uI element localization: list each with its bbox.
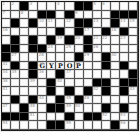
page: 1234567891011121314151617181920212223242… [0,0,140,132]
black-cell-r11c3 [29,96,38,105]
cell-r6c7[interactable] [65,53,74,62]
cell-r4c6[interactable]: 19 [56,36,65,45]
black-cell-r10c5 [47,87,56,96]
cell-r1c0[interactable]: 7 [2,11,11,20]
cell-r11c13[interactable] [120,96,129,105]
cell-r9c12[interactable] [111,79,120,88]
cell-r6c10[interactable] [93,53,102,62]
cell-r12c4[interactable] [38,104,47,113]
clue-number: 30 [111,53,116,57]
clue-number: 23 [120,36,125,40]
cell-r8c7[interactable]: 37 [65,70,74,79]
clue-number: 35 [12,70,17,74]
black-cell-r11c8 [75,96,84,105]
clue-number: 1 [3,2,6,6]
cell-r6c3[interactable] [29,53,38,62]
cell-r12c1[interactable] [11,104,20,113]
clue-number: 48 [30,104,35,108]
cell-r2c2[interactable] [20,19,29,28]
black-cell-r9c5 [47,79,56,88]
black-cell-r5c3 [29,45,38,54]
cell-r3c10[interactable] [93,28,102,37]
black-cell-r10c9 [84,87,93,96]
cell-r14c9[interactable] [84,121,93,130]
cell-r13c8[interactable] [75,113,84,122]
clue-number: 28 [39,53,44,57]
cell-r8c1[interactable]: 35 [11,70,20,79]
cell-r8c11[interactable] [102,70,111,79]
cell-r6c5[interactable] [47,53,56,62]
cell-r12c14[interactable] [129,104,138,113]
cell-r6c13[interactable] [120,53,129,62]
cell-r3c4[interactable] [38,28,47,37]
cell-r14c3[interactable] [29,121,38,130]
black-cell-r5c0 [2,45,11,54]
black-cell-r7c13 [120,62,129,71]
entered-letter: Y [49,63,54,70]
crossword-grid: 1234567891011121314151617181920212223242… [1,1,139,131]
cell-r9c6[interactable]: 40 [56,79,65,88]
black-cell-r5c9 [84,45,93,54]
cell-r8c4[interactable]: 36 [38,70,47,79]
clue-number: 37 [66,70,71,74]
black-cell-r4c1 [11,36,20,45]
cell-r3c5[interactable] [47,28,56,37]
cell-r13c13[interactable]: 53 [120,113,129,122]
cell-r7c10[interactable] [93,62,102,71]
cell-r9c8[interactable] [75,79,84,88]
entered-letter: O [67,63,73,70]
black-cell-r9c14 [129,79,138,88]
black-cell-r14c5 [47,121,56,130]
cell-r10c4[interactable] [38,87,47,96]
cell-r12c12[interactable] [111,104,120,113]
cell-r5c2[interactable] [20,45,29,54]
black-cell-r6c0 [2,53,11,62]
clue-number: 21 [93,36,98,40]
clue-number: 12 [66,19,71,23]
black-cell-r13c9 [84,113,93,122]
cell-r2c10[interactable]: 13 [93,19,102,28]
cell-r4c2[interactable] [20,36,29,45]
cell-r7c2[interactable] [20,62,29,71]
black-cell-r1c14 [129,11,138,20]
cell-r10c0[interactable]: 41 [2,87,11,96]
cell-r11c7[interactable]: 45 [65,96,74,105]
cell-r14c11[interactable] [102,121,111,130]
cell-r4c13[interactable]: 23 [120,36,129,45]
cell-r3c14[interactable] [129,28,138,37]
cell-r10c8[interactable] [75,87,84,96]
cell-r3c2[interactable] [20,28,29,37]
cell-r4c0[interactable] [2,36,11,45]
black-cell-r1c4 [38,11,47,20]
cell-r6c2[interactable] [20,53,29,62]
cell-r14c2[interactable] [20,121,29,130]
black-cell-r13c7 [65,113,74,122]
cell-r5c7[interactable]: 25 [65,45,74,54]
clue-number: 50 [75,104,80,108]
black-cell-r3c11 [102,28,111,37]
cell-r1c3[interactable] [29,11,38,20]
cell-r0c11[interactable]: 6 [102,2,111,11]
clue-number: 11 [48,19,53,23]
cell-r12c7[interactable]: 49 [65,104,74,113]
black-cell-r7c1 [11,62,20,71]
clue-number: 34 [3,70,8,74]
black-cell-r3c8 [75,28,84,37]
cell-r0c1[interactable]: 2 [11,2,20,11]
cell-r3c12[interactable]: 18 [111,28,120,37]
black-cell-r3c6 [56,28,65,37]
black-cell-r12c5 [47,104,56,113]
cell-r9c4[interactable] [38,79,47,88]
clue-number: 18 [111,28,116,32]
cell-r0c7[interactable] [65,2,74,11]
clue-number: 13 [93,19,98,23]
cell-r14c14[interactable] [129,121,138,130]
cell-r11c4[interactable]: 44 [38,96,47,105]
cell-r13c5[interactable] [47,113,56,122]
black-cell-r9c13 [120,79,129,88]
cell-r13c11[interactable]: 52 [102,113,111,122]
cell-r0c10[interactable]: 5 [93,2,102,11]
black-cell-r8c3 [29,70,38,79]
cell-r7c8[interactable]: 33P [75,62,84,71]
clue-number: 5 [93,2,96,6]
clue-number: 16 [3,28,8,32]
cell-r0c4[interactable] [38,2,47,11]
clue-number: 24 [48,45,53,49]
clue-number: 51 [30,113,35,117]
black-cell-r12c2 [20,104,29,113]
black-cell-r4c9 [84,36,93,45]
cell-r8c13[interactable] [120,70,129,79]
cell-r4c14[interactable] [129,36,138,45]
cell-r13c14[interactable] [129,113,138,122]
clue-number: 49 [66,104,71,108]
black-cell-r2c1 [11,19,20,28]
clue-number: 2 [12,2,15,6]
cell-r7c4[interactable]: 32G [38,62,47,71]
cell-r12c3[interactable]: 48 [29,104,38,113]
cell-r5c10[interactable]: 26 [93,45,102,54]
cell-r0c6[interactable]: 4 [56,2,65,11]
cell-r0c13[interactable] [120,2,129,11]
cell-r10c1[interactable] [11,87,20,96]
black-cell-r13c2 [20,113,29,122]
cell-r11c2[interactable] [20,96,29,105]
black-cell-r14c12 [111,121,120,130]
cell-r10c3[interactable] [29,87,38,96]
clue-number: 53 [120,113,125,117]
cell-r2c14[interactable]: 15 [129,19,138,28]
clue-number: 22 [102,36,107,40]
clue-number: 6 [102,2,105,6]
cell-r6c6[interactable] [56,53,65,62]
cell-r8c5[interactable] [47,70,56,79]
clue-number: 55 [66,121,71,125]
clue-number: 17 [84,28,89,32]
cell-r9c1[interactable] [11,79,20,88]
cell-r12c0[interactable]: 47 [2,104,11,113]
black-cell-r2c8 [75,19,84,28]
cell-r3c9[interactable]: 17 [84,28,93,37]
cell-r0c5[interactable] [47,2,56,11]
cell-r8c2[interactable] [20,70,29,79]
cell-r3c0[interactable]: 16 [2,28,11,37]
black-cell-r1c5 [47,11,56,20]
cell-r9c3[interactable]: 39 [29,79,38,88]
cell-r3c1[interactable] [11,28,20,37]
clue-number: 20 [75,36,80,40]
clue-number: 15 [129,19,134,23]
black-cell-r13c0 [2,113,11,122]
cell-r4c12[interactable] [111,36,120,45]
cell-r13c6[interactable] [56,113,65,122]
cell-r6c4[interactable]: 28 [38,53,47,62]
cell-r14c0[interactable]: 54 [2,121,11,130]
cell-r7c9[interactable] [84,62,93,71]
black-cell-r5c1 [11,45,20,54]
cell-r14c13[interactable]: 56 [120,121,129,130]
cell-r4c10[interactable]: 21 [93,36,102,45]
black-cell-r6c11 [102,53,111,62]
clue-number: 14 [120,19,125,23]
cell-r3c3[interactable] [29,28,38,37]
black-cell-r9c11 [102,79,111,88]
cell-r8c12[interactable] [111,70,120,79]
black-cell-r14c6 [56,121,65,130]
clue-number: 3 [30,2,33,6]
cell-r8c0[interactable]: 34 [2,70,11,79]
cell-r8c10[interactable] [93,70,102,79]
cell-r5c12[interactable] [111,45,120,54]
cell-r2c13[interactable]: 14 [120,19,129,28]
cell-r7c7[interactable]: O [65,62,74,71]
cell-r4c8[interactable]: 20 [75,36,84,45]
clue-number: 36 [39,70,44,74]
black-cell-r2c3 [29,19,38,28]
cell-r9c9[interactable] [84,79,93,88]
black-cell-r3c13 [120,28,129,37]
cell-r9c0[interactable]: 38 [2,79,11,88]
cell-r0c0[interactable]: 1 [2,2,11,11]
black-cell-r0c9 [84,2,93,11]
cell-r6c12[interactable]: 30 [111,53,120,62]
cell-r4c11[interactable]: 22 [102,36,111,45]
black-cell-r4c3 [29,36,38,45]
cell-r11c9[interactable]: 46 [84,96,93,105]
black-cell-r9c10 [93,79,102,88]
cell-r7c14[interactable] [129,62,138,71]
cell-r1c11[interactable] [102,11,111,20]
black-cell-r8c6 [56,70,65,79]
entered-letter: G [40,63,46,70]
cell-r10c10[interactable]: 42 [93,87,102,96]
cell-r14c10[interactable] [93,121,102,130]
black-cell-r0c8 [75,2,84,11]
cell-r0c12[interactable] [111,2,120,11]
clue-number: 4 [57,2,60,6]
black-cell-r2c12 [111,19,120,28]
black-cell-r1c12 [111,11,120,20]
clue-number: 39 [30,79,35,83]
black-cell-r11c6 [56,96,65,105]
cell-r5c11[interactable] [102,45,111,54]
black-cell-r5c4 [38,45,47,54]
cell-r2c5[interactable]: 11 [47,19,56,28]
clue-number: 25 [66,45,71,49]
cell-r9c7[interactable] [65,79,74,88]
cell-r1c2[interactable]: 8 [20,11,29,20]
cell-r11c14[interactable] [129,96,138,105]
cell-r10c14[interactable]: 43 [129,87,138,96]
black-cell-r13c1 [11,113,20,122]
black-cell-r10c11 [102,87,111,96]
cell-r6c1[interactable]: 27 [11,53,20,62]
cell-r2c11[interactable] [102,19,111,28]
cell-r8c8[interactable] [75,70,84,79]
black-cell-r1c13 [120,11,129,20]
cell-r10c6[interactable] [56,87,65,96]
clue-number: 29 [84,53,89,57]
cell-r0c14[interactable] [129,2,138,11]
clue-number: 27 [12,53,17,57]
cell-r2c0[interactable] [2,19,11,28]
cell-r5c14[interactable] [129,45,138,54]
cell-r7c0[interactable]: 31 [2,62,11,71]
clue-number: 32 [39,62,44,66]
clue-number: 43 [129,87,134,91]
clue-number: 31 [3,62,8,66]
clue-number: 40 [57,79,62,83]
cell-r11c10[interactable] [93,96,102,105]
clue-number: 45 [66,96,71,100]
black-cell-r6c8 [75,53,84,62]
black-cell-r12c11 [102,104,111,113]
cell-r11c11[interactable] [102,96,111,105]
black-cell-r0c2 [20,2,29,11]
black-cell-r4c7 [65,36,74,45]
cell-r6c9[interactable]: 29 [84,53,93,62]
clue-number: 38 [3,79,8,83]
black-cell-r12c13 [120,104,129,113]
cell-r2c7[interactable]: 12 [65,19,74,28]
clue-number: 41 [3,87,8,91]
cell-r12c10[interactable] [93,104,102,113]
black-cell-r10c13 [120,87,129,96]
clue-number: 10 [39,19,44,23]
cell-r11c5[interactable] [47,96,56,105]
black-cell-r11c1 [11,96,20,105]
clue-number: 8 [21,11,24,15]
cell-r14c4[interactable] [38,121,47,130]
cell-r1c9[interactable] [84,11,93,20]
black-cell-r1c7 [65,11,74,20]
cell-r1c6[interactable] [56,11,65,20]
cell-r13c3[interactable]: 51 [29,113,38,122]
cell-r1c8[interactable]: 9 [75,11,84,20]
clue-number: 54 [3,121,8,125]
cell-r11c0[interactable] [2,96,11,105]
cell-r7c12[interactable] [111,62,120,71]
black-cell-r10c7 [65,87,74,96]
clue-number: 47 [3,104,8,108]
cell-r11c12[interactable] [111,96,120,105]
cell-r6c14[interactable] [129,53,138,62]
black-cell-r13c10 [93,113,102,122]
cell-r14c7[interactable]: 55 [65,121,74,130]
cell-r4c4[interactable] [38,36,47,45]
black-cell-r7c11 [102,62,111,71]
clue-number: 46 [84,96,89,100]
cell-r13c4[interactable] [38,113,47,122]
cell-r5c5[interactable]: 24 [47,45,56,54]
cell-r10c12[interactable] [111,87,120,96]
cell-r9c2[interactable] [20,79,29,88]
clue-number: 56 [120,121,125,125]
entered-letter: P [76,63,81,70]
cell-r10c2[interactable] [20,87,29,96]
black-cell-r4c5 [47,36,56,45]
clue-number: 9 [75,11,78,15]
cell-r13c12[interactable] [111,113,120,122]
cell-r7c5[interactable]: Y [47,62,56,71]
cell-r5c6[interactable] [56,45,65,54]
cell-r14c1[interactable] [11,121,20,130]
cell-r1c10[interactable] [93,11,102,20]
black-cell-r12c6 [56,104,65,113]
clue-number: 42 [93,87,98,91]
cell-r2c4[interactable]: 10 [38,19,47,28]
cell-r12c9[interactable] [84,104,93,113]
cell-r3c7[interactable] [65,28,74,37]
black-cell-r8c14 [129,70,138,79]
entered-letter: P [58,63,63,70]
clue-number: 19 [57,36,62,40]
cell-r2c6[interactable] [56,19,65,28]
clue-number: 7 [3,11,6,15]
cell-r0c3[interactable]: 3 [29,2,38,11]
clue-number: 52 [102,113,107,117]
cell-r12c8[interactable]: 50 [75,104,84,113]
clue-number: 33 [75,62,80,66]
cell-r5c8[interactable] [75,45,84,54]
clue-number: 26 [93,45,98,49]
clue-number: 44 [39,96,44,100]
cell-r14c8[interactable] [75,121,84,130]
cell-r5c13[interactable] [120,45,129,54]
cell-r8c9[interactable] [84,70,93,79]
black-cell-r2c9 [84,19,93,28]
black-cell-r7c3 [29,62,38,71]
cell-r1c1[interactable] [11,11,20,20]
cell-r7c6[interactable]: P [56,62,65,71]
